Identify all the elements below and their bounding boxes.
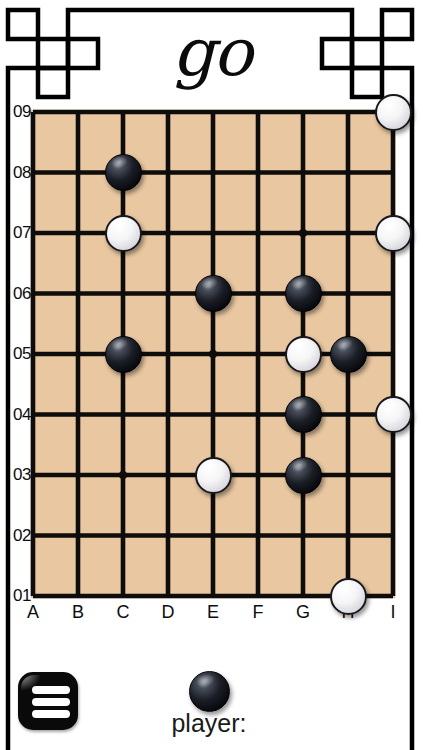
- row-label-04: 04: [2, 405, 31, 425]
- black-stone-G6: [285, 275, 322, 312]
- black-stone-C5: [105, 336, 142, 373]
- white-stone-H1: [330, 578, 367, 615]
- row-label-07: 07: [2, 223, 31, 243]
- column-label-E: E: [201, 601, 225, 623]
- column-label-F: F: [246, 601, 270, 623]
- column-label-C: C: [111, 601, 135, 623]
- white-stone-E3: [195, 457, 232, 494]
- page-title: go: [0, 4, 423, 100]
- menu-button[interactable]: [18, 672, 78, 730]
- white-stone-G5: [285, 336, 322, 373]
- player-label: player:: [129, 709, 289, 738]
- white-stone-C7: [105, 215, 142, 252]
- white-stone-I9: [375, 94, 412, 131]
- row-label-09: 09: [2, 102, 31, 122]
- column-label-D: D: [156, 601, 180, 623]
- black-stone-E6: [195, 275, 232, 312]
- black-stone-G3: [285, 457, 322, 494]
- black-stone-C8: [105, 154, 142, 191]
- row-label-03: 03: [2, 465, 31, 485]
- row-label-05: 05: [2, 344, 31, 364]
- go-app: go 090807060504030201ABCDEFGHI player:: [0, 0, 423, 750]
- black-stone-G4: [285, 396, 322, 433]
- column-label-B: B: [66, 601, 90, 623]
- row-label-06: 06: [2, 284, 31, 304]
- column-label-G: G: [291, 601, 315, 623]
- black-stone-H5: [330, 336, 367, 373]
- white-stone-I4: [375, 396, 412, 433]
- player-turn-stone: [189, 671, 230, 712]
- row-label-02: 02: [2, 526, 31, 546]
- column-label-I: I: [381, 601, 405, 623]
- column-label-A: A: [21, 601, 45, 623]
- row-label-08: 08: [2, 163, 31, 183]
- white-stone-I7: [375, 215, 412, 252]
